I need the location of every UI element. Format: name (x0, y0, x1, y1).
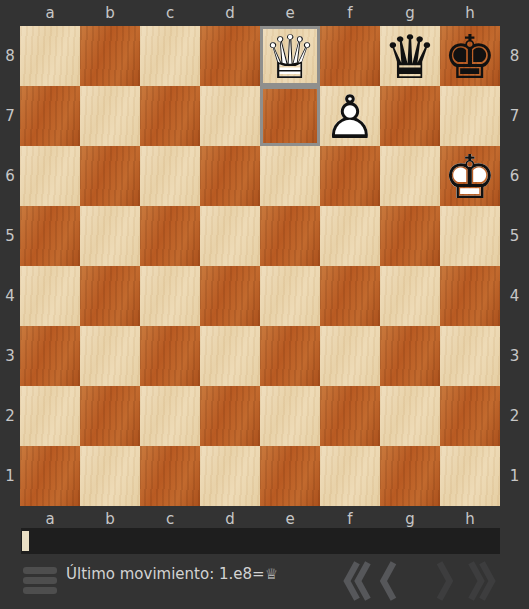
square-b4[interactable] (80, 266, 140, 326)
rank-label-right-6: 6 (500, 146, 529, 206)
file-label-top-b: b (80, 0, 140, 26)
square-h4[interactable] (440, 266, 500, 326)
square-e8[interactable]: ♛♕ (260, 26, 320, 86)
square-g7[interactable] (380, 86, 440, 146)
rank-labels-left: 87654321 (0, 26, 20, 506)
square-g3[interactable] (380, 326, 440, 386)
square-a3[interactable] (20, 326, 80, 386)
square-f3[interactable] (320, 326, 380, 386)
square-a6[interactable] (20, 146, 80, 206)
white-king-outline-glyph: ♔ (443, 147, 497, 207)
square-d1[interactable] (200, 446, 260, 506)
file-label-top-f: f (320, 0, 380, 26)
rank-label-right-8: 8 (500, 26, 529, 86)
rank-label-right-4: 4 (500, 266, 529, 326)
rank-label-right-7: 7 (500, 86, 529, 146)
chevron-right-icon (436, 561, 454, 601)
square-b5[interactable] (80, 206, 140, 266)
piece-white-pawn[interactable]: ♟♙ (320, 86, 380, 146)
square-e5[interactable] (260, 206, 320, 266)
square-e7[interactable] (260, 86, 320, 146)
square-f6[interactable] (320, 146, 380, 206)
chevron-left-icon (379, 561, 397, 601)
square-f1[interactable] (320, 446, 380, 506)
rank-labels-right: 87654321 (500, 26, 529, 506)
rank-label-left-2: 2 (0, 386, 20, 446)
square-e4[interactable] (260, 266, 320, 326)
square-b2[interactable] (80, 386, 140, 446)
square-f4[interactable] (320, 266, 380, 326)
board: ♛♕♛♚♟♙♚♔ (20, 26, 500, 506)
square-g4[interactable] (380, 266, 440, 326)
square-c7[interactable] (140, 86, 200, 146)
square-h5[interactable] (440, 206, 500, 266)
square-b1[interactable] (80, 446, 140, 506)
first-move-button[interactable] (342, 561, 372, 601)
square-f8[interactable] (320, 26, 380, 86)
square-f5[interactable] (320, 206, 380, 266)
square-e3[interactable] (260, 326, 320, 386)
square-a5[interactable] (20, 206, 80, 266)
square-b8[interactable] (80, 26, 140, 86)
square-g8[interactable]: ♛ (380, 26, 440, 86)
rank-label-left-5: 5 (0, 206, 20, 266)
rank-label-left-4: 4 (0, 266, 20, 326)
hamburger-icon (23, 587, 57, 594)
rank-label-left-6: 6 (0, 146, 20, 206)
square-a1[interactable] (20, 446, 80, 506)
scrubber-handle[interactable] (22, 531, 29, 551)
square-d3[interactable] (200, 326, 260, 386)
square-a8[interactable] (20, 26, 80, 86)
square-d8[interactable] (200, 26, 260, 86)
next-move-button[interactable] (436, 561, 466, 601)
square-f7[interactable]: ♟♙ (320, 86, 380, 146)
square-c6[interactable] (140, 146, 200, 206)
square-d2[interactable] (200, 386, 260, 446)
square-c3[interactable] (140, 326, 200, 386)
move-scrubber[interactable] (21, 528, 500, 554)
square-g1[interactable] (380, 446, 440, 506)
rank-label-right-3: 3 (500, 326, 529, 386)
square-b6[interactable] (80, 146, 140, 206)
file-label-top-c: c (140, 0, 200, 26)
rank-label-right-1: 1 (500, 446, 529, 506)
rank-label-right-5: 5 (500, 206, 529, 266)
black-queen-glyph: ♛ (383, 27, 437, 87)
square-h6[interactable]: ♚♔ (440, 146, 500, 206)
piece-white-king[interactable]: ♚♔ (440, 146, 500, 206)
file-label-top-d: d (200, 0, 260, 26)
square-a4[interactable] (20, 266, 80, 326)
square-c8[interactable] (140, 26, 200, 86)
square-f2[interactable] (320, 386, 380, 446)
square-c1[interactable] (140, 446, 200, 506)
square-d6[interactable] (200, 146, 260, 206)
square-g5[interactable] (380, 206, 440, 266)
square-g6[interactable] (380, 146, 440, 206)
square-e1[interactable] (260, 446, 320, 506)
square-h1[interactable] (440, 446, 500, 506)
square-d4[interactable] (200, 266, 260, 326)
square-b7[interactable] (80, 86, 140, 146)
square-e2[interactable] (260, 386, 320, 446)
square-c4[interactable] (140, 266, 200, 326)
double-chevron-left-icon (342, 561, 372, 601)
square-g2[interactable] (380, 386, 440, 446)
file-label-top-a: a (20, 0, 80, 26)
last-move-text: Último movimiento: 1.e8=♕ (66, 563, 278, 585)
square-c2[interactable] (140, 386, 200, 446)
menu-button[interactable] (23, 567, 57, 595)
square-h3[interactable] (440, 326, 500, 386)
square-h7[interactable] (440, 86, 500, 146)
bottom-toolbar: Último movimiento: 1.e8=♕ (0, 554, 529, 609)
chess-app: abcdefgh 87654321 87654321 ♛♕♛♚♟♙♚♔ abcd… (0, 0, 529, 609)
square-h8[interactable]: ♚ (440, 26, 500, 86)
piece-white-queen[interactable]: ♛♕ (260, 26, 320, 86)
rank-label-left-3: 3 (0, 326, 20, 386)
piece-black-queen[interactable]: ♛ (380, 26, 440, 86)
white-pawn-outline-glyph: ♙ (323, 87, 377, 147)
hamburger-icon (23, 567, 57, 574)
square-e6[interactable] (260, 146, 320, 206)
last-move-button[interactable] (467, 561, 497, 601)
rank-label-left-1: 1 (0, 446, 20, 506)
square-c5[interactable] (140, 206, 200, 266)
double-chevron-right-icon (467, 561, 497, 601)
square-d5[interactable] (200, 206, 260, 266)
square-d7[interactable] (200, 86, 260, 146)
piece-black-king[interactable]: ♚ (440, 26, 500, 86)
square-a2[interactable] (20, 386, 80, 446)
square-h2[interactable] (440, 386, 500, 446)
hamburger-icon (23, 577, 57, 584)
rank-label-left-7: 7 (0, 86, 20, 146)
rank-label-left-8: 8 (0, 26, 20, 86)
previous-move-button[interactable] (379, 561, 409, 601)
rank-label-right-2: 2 (500, 386, 529, 446)
white-queen-outline-glyph: ♕ (263, 27, 317, 87)
square-b3[interactable] (80, 326, 140, 386)
square-a7[interactable] (20, 86, 80, 146)
black-king-glyph: ♚ (443, 27, 497, 87)
